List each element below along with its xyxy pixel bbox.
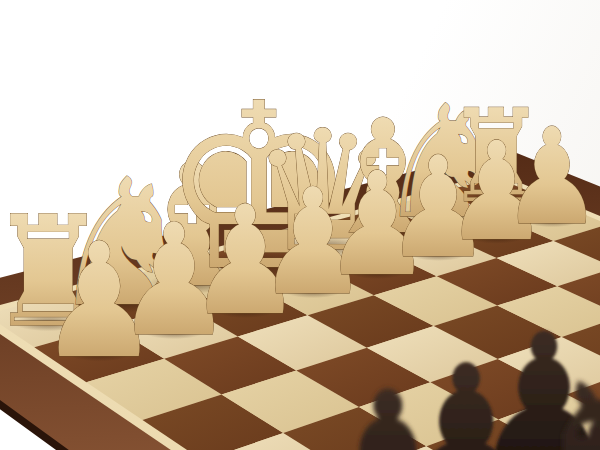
piece-black-knight-g8: ♞ [514,318,600,450]
piece-white-pawn-a2: ♟ [501,99,600,254]
chess-set-photo: ♜♞♝♚♛♝♞♜♟♟♟♟♟♟♟♟♟♟♟♞ [0,0,600,450]
chess-board: ♜♞♝♚♛♝♞♜♟♟♟♟♟♟♟♟♟♟♟♞ [0,0,600,450]
piece-black-pawn-h7: ♟ [306,346,469,450]
